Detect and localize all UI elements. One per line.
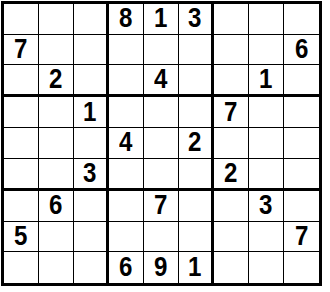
cell-r4c6[interactable] xyxy=(179,97,214,128)
cell-r9c6[interactable]: 1 xyxy=(179,252,214,283)
cell-r3c4[interactable] xyxy=(109,65,144,97)
cell-r8c6[interactable] xyxy=(179,222,214,253)
cell-r5c1[interactable] xyxy=(4,128,39,159)
cell-r8c2[interactable] xyxy=(39,222,74,253)
cell-r3c9[interactable] xyxy=(284,65,319,97)
cell-r7c3[interactable] xyxy=(74,191,109,222)
cell-r4c5[interactable] xyxy=(144,97,179,128)
cell-r1c8[interactable] xyxy=(249,4,284,35)
cell-r3c3[interactable] xyxy=(74,65,109,97)
given-digit: 4 xyxy=(119,128,132,157)
cell-r6c6[interactable] xyxy=(179,159,214,191)
cell-r2c1[interactable]: 7 xyxy=(4,35,39,66)
cell-r3c5[interactable]: 4 xyxy=(144,65,179,97)
cell-r7c1[interactable] xyxy=(4,191,39,222)
cell-r2c2[interactable] xyxy=(39,35,74,66)
cell-r7c2[interactable]: 6 xyxy=(39,191,74,222)
cell-r7c8[interactable]: 3 xyxy=(249,191,284,222)
given-digit: 6 xyxy=(119,253,132,282)
cell-r7c6[interactable] xyxy=(179,191,214,222)
cell-r8c4[interactable] xyxy=(109,222,144,253)
given-digit: 1 xyxy=(259,65,272,94)
given-digit: 3 xyxy=(259,191,272,220)
cell-r4c1[interactable] xyxy=(4,97,39,128)
cell-r1c6[interactable]: 3 xyxy=(179,4,214,35)
given-digit: 7 xyxy=(154,191,167,220)
cell-r6c2[interactable] xyxy=(39,159,74,191)
cell-r1c3[interactable] xyxy=(74,4,109,35)
cell-r4c7[interactable]: 7 xyxy=(214,97,249,128)
given-digit: 5 xyxy=(14,222,27,251)
given-digit: 4 xyxy=(154,65,167,94)
cell-r9c7[interactable] xyxy=(214,252,249,283)
cell-r6c8[interactable] xyxy=(249,159,284,191)
cell-r3c2[interactable]: 2 xyxy=(39,65,74,97)
cell-r2c9[interactable]: 6 xyxy=(284,35,319,66)
cell-r9c8[interactable] xyxy=(249,252,284,283)
given-digit: 6 xyxy=(49,191,62,220)
cell-r9c2[interactable] xyxy=(39,252,74,283)
given-digit: 1 xyxy=(188,253,201,282)
cell-r9c3[interactable] xyxy=(74,252,109,283)
cell-r8c1[interactable]: 5 xyxy=(4,222,39,253)
cell-r7c4[interactable] xyxy=(109,191,144,222)
cell-r6c1[interactable] xyxy=(4,159,39,191)
cell-r1c9[interactable] xyxy=(284,4,319,35)
given-digit: 2 xyxy=(188,128,201,157)
cell-r2c3[interactable] xyxy=(74,35,109,66)
given-digit: 3 xyxy=(83,159,96,188)
cell-r7c9[interactable] xyxy=(284,191,319,222)
cell-r4c8[interactable] xyxy=(249,97,284,128)
cell-r5c8[interactable] xyxy=(249,128,284,159)
cell-r6c5[interactable] xyxy=(144,159,179,191)
cell-r4c4[interactable] xyxy=(109,97,144,128)
cell-r9c1[interactable] xyxy=(4,252,39,283)
cell-r3c8[interactable]: 1 xyxy=(249,65,284,97)
cell-r2c4[interactable] xyxy=(109,35,144,66)
given-digit: 2 xyxy=(224,159,237,188)
cell-r4c2[interactable] xyxy=(39,97,74,128)
cell-r9c5[interactable]: 9 xyxy=(144,252,179,283)
cell-r9c4[interactable]: 6 xyxy=(109,252,144,283)
cell-r2c6[interactable] xyxy=(179,35,214,66)
cell-r6c9[interactable] xyxy=(284,159,319,191)
given-digit: 1 xyxy=(154,4,167,33)
given-digit: 3 xyxy=(188,4,201,33)
given-digit: 7 xyxy=(224,98,237,127)
cell-r3c1[interactable] xyxy=(4,65,39,97)
cell-r5c4[interactable]: 4 xyxy=(109,128,144,159)
cell-r5c2[interactable] xyxy=(39,128,74,159)
cell-r6c3[interactable]: 3 xyxy=(74,159,109,191)
cell-r1c5[interactable]: 1 xyxy=(144,4,179,35)
cell-r5c5[interactable] xyxy=(144,128,179,159)
cell-r8c3[interactable] xyxy=(74,222,109,253)
given-digit: 8 xyxy=(119,4,132,33)
cell-r4c3[interactable]: 1 xyxy=(74,97,109,128)
given-digit: 1 xyxy=(83,98,96,127)
cell-r8c9[interactable]: 7 xyxy=(284,222,319,253)
cell-r1c1[interactable] xyxy=(4,4,39,35)
cell-r1c7[interactable] xyxy=(214,4,249,35)
cell-r8c8[interactable] xyxy=(249,222,284,253)
cell-r6c4[interactable] xyxy=(109,159,144,191)
cell-r3c7[interactable] xyxy=(214,65,249,97)
cell-r8c7[interactable] xyxy=(214,222,249,253)
cell-r3c6[interactable] xyxy=(179,65,214,97)
cell-r6c7[interactable]: 2 xyxy=(214,159,249,191)
cell-r7c5[interactable]: 7 xyxy=(144,191,179,222)
page: 8137624117423267357691 xyxy=(0,0,330,292)
given-digit: 2 xyxy=(49,65,62,94)
cell-r1c4[interactable]: 8 xyxy=(109,4,144,35)
sudoku-board: 8137624117423267357691 xyxy=(1,1,322,286)
given-digit: 9 xyxy=(154,253,167,282)
given-digit: 7 xyxy=(14,35,27,64)
cell-r5c6[interactable]: 2 xyxy=(179,128,214,159)
given-digit: 7 xyxy=(295,222,308,251)
cell-r2c8[interactable] xyxy=(249,35,284,66)
cell-r5c3[interactable] xyxy=(74,128,109,159)
cell-r5c7[interactable] xyxy=(214,128,249,159)
cell-r4c9[interactable] xyxy=(284,97,319,128)
cell-r8c5[interactable] xyxy=(144,222,179,253)
given-digit: 6 xyxy=(295,35,308,64)
cell-r1c2[interactable] xyxy=(39,4,74,35)
cell-r2c7[interactable] xyxy=(214,35,249,66)
cell-r2c5[interactable] xyxy=(144,35,179,66)
cell-r5c9[interactable] xyxy=(284,128,319,159)
cell-r9c9[interactable] xyxy=(284,252,319,283)
cell-r7c7[interactable] xyxy=(214,191,249,222)
